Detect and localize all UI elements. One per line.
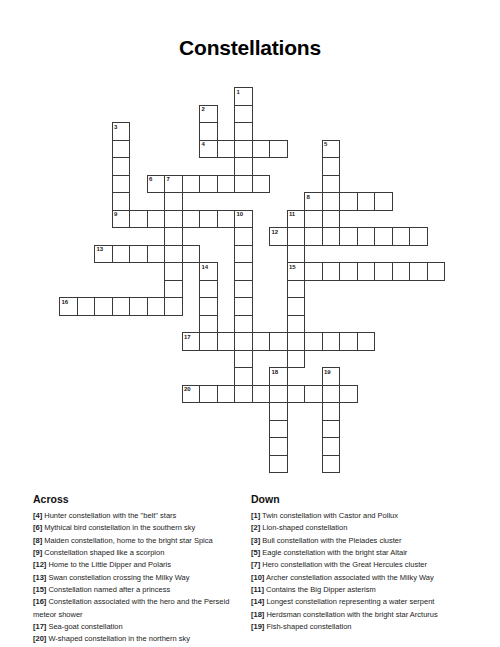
grid-cell-r9c7[interactable] [182, 245, 201, 264]
across-clue-16: [16] Constellation associated with the h… [33, 596, 251, 621]
grid-cell-r17c15[interactable] [322, 385, 341, 404]
grid-cell-r12c6[interactable] [164, 297, 183, 316]
grid-cell-r17c14[interactable] [304, 385, 323, 404]
grid-cell-r7c15[interactable] [322, 210, 341, 229]
cell-number: 16 [62, 299, 68, 305]
grid-cell-r1c8[interactable]: 2 [199, 105, 218, 124]
grid-cell-r8c17[interactable] [357, 227, 376, 246]
grid-cell-r18c15[interactable] [322, 402, 341, 421]
grid-cell-r10c18[interactable] [374, 262, 393, 281]
grid-cell-r14c16[interactable] [339, 332, 358, 351]
grid-cell-r8c10[interactable] [234, 227, 253, 246]
down-clue-18: [18] Herdsman constellation with the bri… [251, 609, 492, 621]
grid-cell-r8c12[interactable]: 12 [269, 227, 288, 246]
grid-cell-r8c6[interactable] [164, 227, 183, 246]
grid-cell-r1c10[interactable] [234, 105, 253, 124]
grid-cell-r13c10[interactable] [234, 315, 253, 334]
clue-text: Longest constellation representing a wat… [264, 597, 434, 606]
grid-cell-r9c6[interactable] [164, 245, 183, 264]
puzzle-title: Constellations [0, 36, 500, 60]
grid-cell-r12c1[interactable] [77, 297, 96, 316]
grid-cell-r15c13[interactable] [287, 350, 306, 369]
clue-text: Herdsman constellation with the bright s… [264, 610, 437, 619]
clue-number: [1] [251, 511, 260, 520]
grid-cell-r4c15[interactable] [322, 157, 341, 176]
grid-cell-r14c7[interactable]: 17 [182, 332, 201, 351]
clue-number: [12] [33, 560, 46, 569]
clue-text: Sea-goat constellation [46, 622, 122, 631]
cell-number: 1 [237, 89, 240, 95]
grid-cell-r10c17[interactable] [357, 262, 376, 281]
grid-cell-r10c8[interactable]: 14 [199, 262, 218, 281]
grid-cell-r19c15[interactable] [322, 420, 341, 439]
cell-number: 9 [114, 211, 117, 217]
grid-cell-r20c12[interactable] [269, 437, 288, 456]
grid-cell-r7c10[interactable]: 10 [234, 210, 253, 229]
grid-cell-r6c6[interactable] [164, 192, 183, 211]
grid-cell-r8c18[interactable] [374, 227, 393, 246]
grid-cell-r5c11[interactable] [252, 175, 271, 194]
across-clue-9: [9] Constellation shaped like a scorpion [33, 547, 251, 559]
grid-cell-r17c10[interactable] [234, 385, 253, 404]
grid-cell-r14c11[interactable] [252, 332, 271, 351]
cell-number: 20 [184, 386, 190, 392]
grid-cell-r5c6[interactable]: 7 [164, 175, 183, 194]
down-clue-1: [1] Twin constellation with Castor and P… [251, 510, 492, 522]
grid-cell-r7c7[interactable] [182, 210, 201, 229]
grid-cell-r11c6[interactable] [164, 280, 183, 299]
crossword-grid: 4678910121315161720123511141819 [59, 87, 445, 473]
grid-cell-r12c5[interactable] [147, 297, 166, 316]
grid-cell-r12c10[interactable] [234, 297, 253, 316]
clue-text: Hero constellation with the Great Hercul… [260, 560, 427, 569]
grid-cell-r7c9[interactable] [217, 210, 236, 229]
grid-cell-r12c3[interactable] [112, 297, 131, 316]
clue-number: [5] [251, 548, 260, 557]
grid-cell-r13c8[interactable] [199, 315, 218, 334]
grid-cell-r6c17[interactable] [357, 192, 376, 211]
down-clue-7: [7] Hero constellation with the Great He… [251, 559, 492, 571]
grid-cell-r21c15[interactable] [322, 455, 341, 474]
grid-cell-r17c9[interactable] [217, 385, 236, 404]
grid-cell-r14c13[interactable] [287, 332, 306, 351]
grid-cell-r12c13[interactable] [287, 297, 306, 316]
grid-cell-r10c16[interactable] [339, 262, 358, 281]
cell-number: 3 [114, 124, 117, 130]
cell-number: 6 [149, 176, 152, 182]
grid-cell-r17c13[interactable] [287, 385, 306, 404]
grid-cell-r2c8[interactable] [199, 122, 218, 141]
grid-cell-r3c3[interactable] [112, 140, 131, 159]
cell-number: 13 [97, 246, 103, 252]
grid-cell-r18c12[interactable] [269, 402, 288, 421]
clue-number: [20] [33, 634, 46, 643]
across-clue-20: [20] W-shaped constellation in the north… [33, 633, 251, 645]
across-clue-13: [13] Swan constellation crossing the Mil… [33, 572, 251, 584]
clue-number: [8] [33, 536, 42, 545]
clue-number: [16] [33, 597, 46, 606]
clue-number: [15] [33, 585, 46, 594]
clue-number: [18] [251, 610, 264, 619]
grid-cell-r15c10[interactable] [234, 350, 253, 369]
grid-cell-r20c15[interactable] [322, 437, 341, 456]
grid-cell-r2c10[interactable] [234, 122, 253, 141]
clue-text: Fish-shaped constellation [264, 622, 351, 631]
grid-cell-r14c12[interactable] [269, 332, 288, 351]
clue-number: [11] [251, 585, 264, 594]
clue-number: [3] [251, 536, 260, 545]
grid-cell-r7c6[interactable] [164, 210, 183, 229]
clue-number: [19] [251, 622, 264, 631]
grid-cell-r11c10[interactable] [234, 280, 253, 299]
grid-cell-r3c11[interactable] [252, 140, 271, 159]
grid-cell-r7c3[interactable]: 9 [112, 210, 131, 229]
across-clue-4: [4] Hunter constellation with the "belt"… [33, 510, 251, 522]
grid-cell-r10c13[interactable]: 15 [287, 262, 306, 281]
grid-cell-r13c13[interactable] [287, 315, 306, 334]
clue-text: Constellation associated with the hero a… [33, 597, 229, 618]
grid-cell-r3c9[interactable] [217, 140, 236, 159]
grid-cell-r8c20[interactable] [409, 227, 428, 246]
grid-cell-r14c14[interactable] [304, 332, 323, 351]
across-clue-6: [6] Mythical bird constellation in the s… [33, 522, 251, 534]
clue-text: Eagle constellation with the bright star… [260, 548, 407, 557]
grid-cell-r8c15[interactable] [322, 227, 341, 246]
cell-number: 10 [237, 211, 243, 217]
grid-cell-r5c15[interactable] [322, 175, 341, 194]
grid-cell-r5c9[interactable] [217, 175, 236, 194]
grid-cell-r16c15[interactable]: 19 [322, 367, 341, 386]
grid-cell-r5c3[interactable] [112, 175, 131, 194]
grid-cell-r9c10[interactable] [234, 245, 253, 264]
across-header: Across [33, 493, 251, 505]
down-clue-3: [3] Bull constellation with the Pleiades… [251, 535, 492, 547]
clue-text: W-shaped constellation in the northern s… [46, 634, 190, 643]
grid-cell-r12c8[interactable] [199, 297, 218, 316]
grid-cell-r17c16[interactable] [339, 385, 358, 404]
clue-number: [17] [33, 622, 46, 631]
clue-text: Hunter constellation with the "belt" sta… [42, 511, 176, 520]
grid-cell-r3c8[interactable]: 4 [199, 140, 218, 159]
grid-cell-r12c4[interactable] [129, 297, 148, 316]
grid-cell-r7c5[interactable] [147, 210, 166, 229]
grid-cell-r8c13[interactable] [287, 227, 306, 246]
across-clue-12: [12] Home to the Little Dipper and Polar… [33, 559, 251, 571]
grid-cell-r8c19[interactable] [392, 227, 411, 246]
grid-cell-r19c12[interactable] [269, 420, 288, 439]
grid-cell-r5c7[interactable] [182, 175, 201, 194]
clue-number: [2] [251, 523, 260, 532]
clue-number: [6] [33, 523, 42, 532]
grid-cell-r6c14[interactable]: 8 [304, 192, 323, 211]
down-clue-5: [5] Eagle constellation with the bright … [251, 547, 492, 559]
page-root: Constellations 4678910121315161720123511… [0, 0, 500, 647]
grid-cell-r14c15[interactable] [322, 332, 341, 351]
grid-cell-r9c13[interactable] [287, 245, 306, 264]
cell-number: 17 [184, 334, 190, 340]
across-clue-list: [4] Hunter constellation with the "belt"… [33, 510, 251, 646]
grid-cell-r10c14[interactable] [304, 262, 323, 281]
across-clue-17: [17] Sea-goat constellation [33, 621, 251, 633]
down-header: Down [251, 493, 492, 505]
cell-number: 15 [289, 264, 295, 270]
across-clue-8: [8] Maiden constellation, home to the br… [33, 535, 251, 547]
clue-text: Swan constellation crossing the Milky Wa… [46, 573, 189, 582]
clue-text: Maiden constellation, home to the bright… [42, 536, 213, 545]
grid-cell-r5c10[interactable] [234, 175, 253, 194]
grid-cell-r14c17[interactable] [357, 332, 376, 351]
grid-cell-r10c10[interactable] [234, 262, 253, 281]
clue-text: Contains the Big Dipper asterism [264, 585, 376, 594]
grid-cell-r6c15[interactable] [322, 192, 341, 211]
grid-cell-r21c12[interactable] [269, 455, 288, 474]
grid-cell-r17c11[interactable] [252, 385, 271, 404]
grid-cell-r17c7[interactable]: 20 [182, 385, 201, 404]
grid-cell-r11c8[interactable] [199, 280, 218, 299]
clue-text: Home to the Little Dipper and Polaris [46, 560, 171, 569]
across-column: Across [4] Hunter constellation with the… [33, 493, 251, 646]
down-clue-11: [11] Contains the Big Dipper asterism [251, 584, 492, 596]
grid-cell-r9c4[interactable] [129, 245, 148, 264]
down-clue-list: [1] Twin constellation with Castor and P… [251, 510, 492, 633]
clues-section: Across [4] Hunter constellation with the… [33, 493, 492, 646]
clue-number: [13] [33, 573, 46, 582]
grid-cell-r4c10[interactable] [234, 157, 253, 176]
clue-text: Bull constellation with the Pleiades clu… [260, 536, 401, 545]
grid-cell-r16c12[interactable]: 18 [269, 367, 288, 386]
grid-cell-r12c2[interactable] [94, 297, 113, 316]
down-clue-10: [10] Archer constellation associated wit… [251, 572, 492, 584]
grid-cell-r3c12[interactable] [269, 140, 288, 159]
grid-cell-r10c15[interactable] [322, 262, 341, 281]
grid-cell-r9c2[interactable]: 13 [94, 245, 113, 264]
cell-number: 14 [202, 264, 208, 270]
cell-number: 8 [307, 194, 310, 200]
cell-number: 5 [324, 141, 327, 147]
clue-text: Archer constellation associated with the… [264, 573, 433, 582]
clue-number: [7] [251, 560, 260, 569]
grid-cell-r10c21[interactable] [427, 262, 446, 281]
grid-cell-r11c13[interactable] [287, 280, 306, 299]
grid-cell-r3c10[interactable] [234, 140, 253, 159]
down-column: Down [1] Twin constellation with Castor … [251, 493, 492, 646]
grid-cell-r14c10[interactable] [234, 332, 253, 351]
clue-number: [4] [33, 511, 42, 520]
grid-cell-r8c14[interactable] [304, 227, 323, 246]
grid-cell-r10c19[interactable] [392, 262, 411, 281]
clue-number: [10] [251, 573, 264, 582]
grid-cell-r7c8[interactable] [199, 210, 218, 229]
grid-cell-r8c16[interactable] [339, 227, 358, 246]
cell-number: 2 [202, 106, 205, 112]
down-clue-14: [14] Longest constellation representing … [251, 596, 492, 608]
cell-number: 4 [202, 141, 205, 147]
clue-text: Constellation named after a princess [46, 585, 170, 594]
cell-number: 7 [167, 176, 170, 182]
cell-number: 18 [272, 369, 278, 375]
grid-cell-r12c0[interactable]: 16 [59, 297, 78, 316]
clue-text: Twin constellation with Castor and Pollu… [260, 511, 398, 520]
grid-cell-r5c5[interactable]: 6 [147, 175, 166, 194]
grid-cell-r4c3[interactable] [112, 157, 131, 176]
grid-cell-r2c3[interactable]: 3 [112, 122, 131, 141]
grid-cell-r7c4[interactable] [129, 210, 148, 229]
grid-cell-r6c3[interactable] [112, 192, 131, 211]
grid-cell-r6c18[interactable] [374, 192, 393, 211]
down-clue-2: [2] Lion-shaped constellation [251, 522, 492, 534]
grid-cell-r14c8[interactable] [199, 332, 218, 351]
clue-text: Mythical bird constellation in the south… [42, 523, 195, 532]
clue-text: Constellation shaped like a scorpion [42, 548, 164, 557]
cell-number: 19 [324, 369, 330, 375]
grid-cell-r9c5[interactable] [147, 245, 166, 264]
grid-cell-r0c10[interactable]: 1 [234, 87, 253, 106]
grid-cell-r10c20[interactable] [409, 262, 428, 281]
grid-cell-r14c9[interactable] [217, 332, 236, 351]
down-clue-19: [19] Fish-shaped constellation [251, 621, 492, 633]
cell-number: 12 [272, 229, 278, 235]
grid-cell-r5c8[interactable] [199, 175, 218, 194]
grid-cell-r6c16[interactable] [339, 192, 358, 211]
grid-cell-r9c3[interactable] [112, 245, 131, 264]
grid-cell-r16c10[interactable] [234, 367, 253, 386]
grid-cell-r7c13[interactable]: 11 [287, 210, 306, 229]
clue-text: Lion-shaped constellation [260, 523, 347, 532]
clue-number: [14] [251, 597, 264, 606]
clue-number: [9] [33, 548, 42, 557]
cell-number: 11 [289, 211, 295, 217]
grid-cell-r17c12[interactable] [269, 385, 288, 404]
across-clue-15: [15] Constellation named after a princes… [33, 584, 251, 596]
grid-cell-r17c8[interactable] [199, 385, 218, 404]
grid-cell-r10c6[interactable] [164, 262, 183, 281]
grid-cell-r3c15[interactable]: 5 [322, 140, 341, 159]
